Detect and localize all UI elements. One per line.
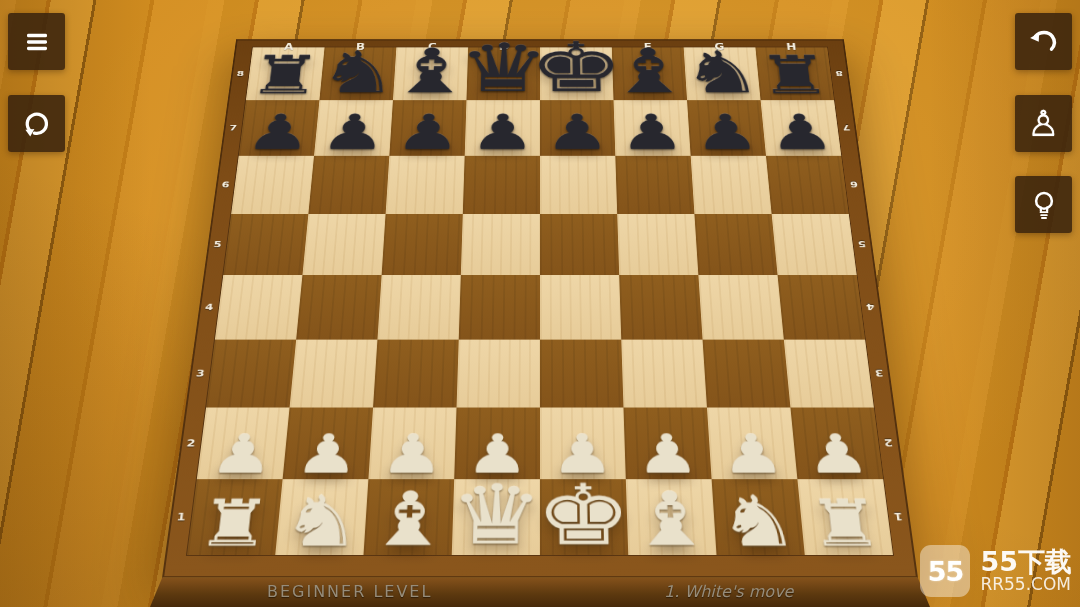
square-g6[interactable]: [691, 156, 772, 214]
board-plane: 87654321 87654321 ABCDEFGH ♜♞♝♛♚♝♞♜♟♟♟♟♟…: [162, 39, 918, 578]
square-d5[interactable]: [461, 214, 540, 275]
square-b6[interactable]: [308, 156, 389, 214]
square-f6[interactable]: [615, 156, 694, 214]
square-d6[interactable]: [463, 156, 540, 214]
menu-button[interactable]: [8, 13, 65, 70]
level-label: BEGINNER LEVEL: [267, 582, 432, 601]
square-b5[interactable]: [302, 214, 385, 275]
piece-white-bishop-f1[interactable]: ♝: [624, 411, 717, 555]
square-e4[interactable]: [540, 275, 621, 339]
square-e6[interactable]: [540, 156, 617, 214]
piece-white-bishop-c1[interactable]: ♝: [363, 411, 456, 555]
piece-black-pawn-b7[interactable]: ♟: [314, 50, 396, 156]
square-g4[interactable]: [698, 275, 783, 339]
undo-button[interactable]: [1015, 13, 1072, 70]
square-c6[interactable]: [386, 156, 465, 214]
board-front-edge: BEGINNER LEVEL 1. White's move: [150, 577, 930, 607]
move-status: 1. White's move: [664, 582, 793, 601]
square-h4[interactable]: [778, 275, 866, 339]
piece-black-pawn-g7[interactable]: ♟: [684, 50, 766, 156]
pawn-icon: ♙: [1027, 106, 1059, 142]
undo-icon: [1023, 21, 1065, 63]
piece-black-pawn-d7[interactable]: ♟: [465, 50, 540, 156]
piece-black-pawn-c7[interactable]: ♟: [389, 50, 468, 156]
square-a5[interactable]: [223, 214, 308, 275]
square-e5[interactable]: [540, 214, 619, 275]
square-d4[interactable]: [459, 275, 540, 339]
piece-white-knight-b1[interactable]: ♞: [275, 411, 373, 555]
piece-white-knight-g1[interactable]: ♞: [707, 411, 805, 555]
square-a6[interactable]: [231, 156, 314, 214]
restart-icon: [16, 103, 58, 145]
pawn-button[interactable]: ♙: [1015, 95, 1072, 152]
watermark-badge-icon: 55: [920, 545, 970, 597]
piece-black-pawn-h7[interactable]: ♟: [756, 50, 842, 156]
piece-black-pawn-e7[interactable]: ♟: [540, 50, 615, 156]
chess-board: 87654321 87654321 ABCDEFGH ♜♞♝♛♚♝♞♜♟♟♟♟♟…: [162, 39, 918, 578]
square-f4[interactable]: [619, 275, 702, 339]
square-f5[interactable]: [617, 214, 698, 275]
watermark-subtitle: RR55.COM: [980, 576, 1072, 594]
piece-white-king-e1[interactable]: ♚: [540, 411, 628, 555]
watermark-title: 55下载: [980, 548, 1072, 576]
piece-white-rook-a1[interactable]: ♜: [187, 411, 289, 555]
square-h5[interactable]: [772, 214, 857, 275]
square-h6[interactable]: [766, 156, 849, 214]
watermark: 55 55下载 RR55.COM: [920, 545, 1072, 597]
square-c4[interactable]: [377, 275, 460, 339]
piece-black-pawn-f7[interactable]: ♟: [612, 50, 691, 156]
square-c5[interactable]: [382, 214, 463, 275]
square-b4[interactable]: [296, 275, 381, 339]
hamburger-icon: [17, 22, 57, 62]
square-g5[interactable]: [694, 214, 777, 275]
square-a4[interactable]: [215, 275, 303, 339]
restart-button[interactable]: [8, 95, 65, 152]
piece-white-queen-d1[interactable]: ♛: [452, 411, 540, 555]
lightbulb-icon: [1023, 184, 1065, 226]
piece-black-pawn-a7[interactable]: ♟: [239, 50, 325, 156]
hint-button[interactable]: [1015, 176, 1072, 233]
